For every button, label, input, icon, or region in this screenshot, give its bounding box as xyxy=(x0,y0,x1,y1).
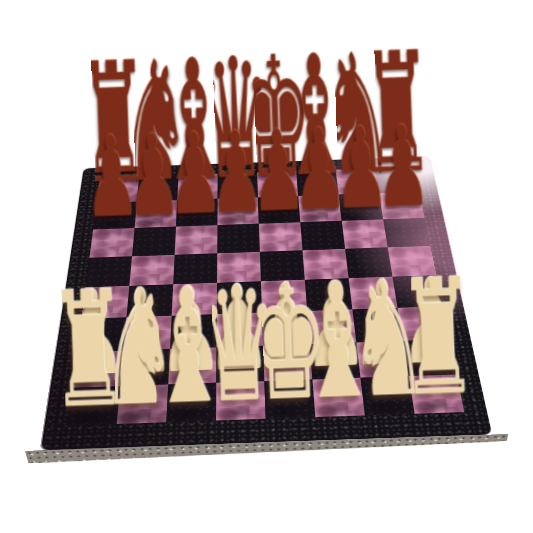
piece-white-rook[interactable]: ♜ xyxy=(410,258,465,418)
board-front-edge xyxy=(25,434,509,463)
board-scene: ♜♞♝♛♚♝♞♜♟♟♟♟♟♟♟♟♟♟♟♟♟♟♟♟♜♞♝♛♚♝♞♜ xyxy=(58,79,464,488)
piece-black-pawn[interactable]: ♟ xyxy=(380,110,425,223)
board-grid: ♜♞♝♛♚♝♞♜♟♟♟♟♟♟♟♟♟♟♟♟♟♟♟♟♜♞♝♛♚♝♞♜ xyxy=(67,167,464,426)
square-h7[interactable]: ♟ xyxy=(379,192,425,220)
chess-board: ♜♞♝♛♚♝♞♜♟♟♟♟♟♟♟♟♟♟♟♟♟♟♟♟♜♞♝♛♚♝♞♜ xyxy=(41,157,492,451)
square-h1[interactable]: ♜ xyxy=(409,374,465,413)
photo-stage: ♜♞♝♛♚♝♞♜♟♟♟♟♟♟♟♟♟♟♟♟♟♟♟♟♜♞♝♛♚♝♞♜ xyxy=(0,0,533,533)
